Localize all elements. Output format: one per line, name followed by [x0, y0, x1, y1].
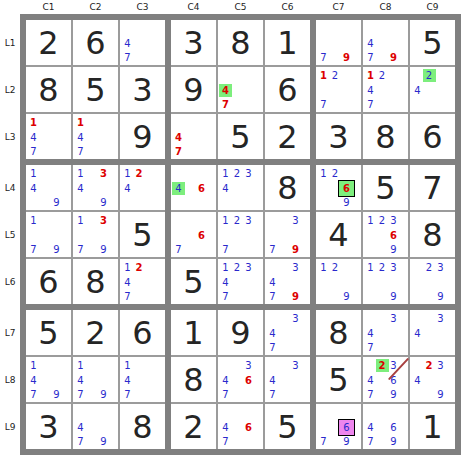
- cell-L7C9[interactable]: 34: [410, 310, 455, 355]
- solved-digit: 1: [410, 404, 455, 449]
- candidate-digit-7: 7: [317, 51, 330, 64]
- candidate-digit-9: 9: [340, 51, 353, 64]
- candidate-digit-9: 9: [97, 196, 110, 209]
- cell-L6C7[interactable]: 129: [316, 259, 361, 304]
- candidate-digit-9: 9: [387, 435, 400, 448]
- solved-digit: 2: [171, 404, 216, 449]
- candidate-digit-2: 2: [329, 261, 342, 274]
- row-label-L7: L7: [5, 328, 16, 338]
- cell-L1C2[interactable]: 6: [73, 20, 118, 65]
- candidate-digit-7: 7: [219, 388, 232, 401]
- cell-L5C1[interactable]: 179: [26, 212, 71, 257]
- cell-L2C8[interactable]: 1247: [363, 67, 408, 112]
- column-label-C4: C4: [187, 2, 199, 12]
- solved-digit: 8: [26, 67, 71, 112]
- candidate-digit-1: 1: [74, 167, 87, 180]
- candidate-digit-7: 7: [74, 145, 87, 158]
- cell-L7C1[interactable]: 5: [26, 310, 71, 355]
- candidate-digit-4: 4: [172, 131, 185, 144]
- candidate-digit-4: 4: [172, 182, 185, 195]
- candidate-digit-6: 6: [242, 374, 255, 387]
- cell-L7C6[interactable]: 347: [265, 310, 310, 355]
- cell-L8C9[interactable]: 2349: [410, 357, 455, 402]
- cell-L2C7[interactable]: 127: [316, 67, 361, 112]
- column-label-C6: C6: [281, 2, 293, 12]
- candidate-digit-9: 9: [387, 51, 400, 64]
- candidate-digit-7: 7: [364, 341, 377, 354]
- cell-L6C2[interactable]: 8: [73, 259, 118, 304]
- candidate-digit-1: 1: [27, 116, 40, 129]
- candidate-digit-7: 7: [266, 341, 279, 354]
- cell-L1C8[interactable]: 479: [363, 20, 408, 65]
- candidate-digit-7: 7: [121, 388, 134, 401]
- cell-L4C7[interactable]: 1269: [316, 165, 361, 210]
- cell-L3C1[interactable]: 147: [26, 114, 71, 159]
- cell-L2C3[interactable]: 3: [120, 67, 165, 112]
- box-7: 5261479147914734798: [26, 310, 165, 449]
- candidate-digit-9: 9: [387, 290, 400, 303]
- solved-digit: 6: [26, 259, 71, 304]
- candidate-digit-1: 1: [27, 214, 40, 227]
- candidate-digit-6: 6: [195, 182, 208, 195]
- candidate-digit-4: 4: [266, 276, 279, 289]
- solved-digit: 5: [265, 404, 310, 449]
- candidate-digit-3: 3: [289, 312, 302, 325]
- row-label-L4: L4: [5, 183, 16, 193]
- column-label-C8: C8: [379, 2, 391, 12]
- candidate-digit-9: 9: [340, 196, 353, 209]
- candidate-digit-4: 4: [364, 84, 377, 97]
- solved-digit: 1: [265, 20, 310, 65]
- cell-L6C6[interactable]: 3479: [265, 259, 310, 304]
- box-2: 38194764752: [171, 20, 310, 159]
- candidate-digit-7: 7: [172, 145, 185, 158]
- solved-digit: 8: [410, 212, 455, 257]
- candidate-digit-4: 4: [266, 374, 279, 387]
- row-label-L9: L9: [5, 422, 16, 432]
- candidate-digit-7: 7: [74, 243, 87, 256]
- solved-digit: 3: [120, 67, 165, 112]
- cell-L5C4[interactable]: 67: [171, 212, 216, 257]
- candidate-digit-9: 9: [97, 243, 110, 256]
- solved-digit: 6: [120, 310, 165, 355]
- candidate-digit-3: 3: [242, 167, 255, 180]
- candidate-digit-4: 4: [121, 374, 134, 387]
- cell-L5C8[interactable]: 12369: [363, 212, 408, 257]
- box-3: 794795127124724386: [316, 20, 455, 159]
- solved-digit: 5: [171, 259, 216, 304]
- solved-digit: 8: [171, 357, 216, 402]
- candidate-digit-4: 4: [411, 327, 424, 340]
- candidate-digit-3: 3: [434, 261, 447, 274]
- row-label-L6: L6: [5, 277, 16, 287]
- candidate-digit-4: 4: [364, 327, 377, 340]
- candidate-digit-4: 4: [364, 421, 377, 434]
- candidate-digit-1: 1: [74, 359, 87, 372]
- candidate-digit-6: 6: [195, 229, 208, 242]
- candidate-digit-3: 3: [434, 359, 447, 372]
- cell-L5C5[interactable]: 1237: [218, 212, 263, 257]
- candidate-digit-1: 1: [74, 116, 87, 129]
- candidate-digit-3: 3: [289, 214, 302, 227]
- candidate-digit-1: 1: [121, 359, 134, 372]
- row-label-L8: L8: [5, 375, 16, 385]
- cell-L9C6[interactable]: 5: [265, 404, 310, 449]
- candidate-digit-3: 3: [434, 312, 447, 325]
- candidate-digit-9: 9: [340, 435, 353, 448]
- candidate-digit-7: 7: [317, 435, 330, 448]
- candidate-digit-3: 3: [387, 261, 400, 274]
- cell-L1C6[interactable]: 1: [265, 20, 310, 65]
- solved-digit: 7: [410, 165, 455, 210]
- cell-L1C4[interactable]: 3: [171, 20, 216, 65]
- solved-digit: 6: [410, 114, 455, 159]
- solved-digit: 9: [218, 310, 263, 355]
- solved-digit: 8: [218, 20, 263, 65]
- solved-digit: 8: [120, 404, 165, 449]
- solved-digit: 8: [73, 259, 118, 304]
- candidate-digit-7: 7: [219, 290, 232, 303]
- cell-L4C6[interactable]: 8: [265, 165, 310, 210]
- solved-digit: 2: [73, 310, 118, 355]
- candidate-digit-3: 3: [289, 261, 302, 274]
- candidate-digit-3: 3: [242, 261, 255, 274]
- cell-L7C4[interactable]: 1: [171, 310, 216, 355]
- cell-L2C5[interactable]: 47: [218, 67, 263, 112]
- candidate-digit-6: 6: [338, 419, 355, 436]
- candidate-digit-7: 7: [364, 98, 377, 111]
- cell-L2C2[interactable]: 5: [73, 67, 118, 112]
- candidate-digit-9: 9: [387, 388, 400, 401]
- cell-L8C4[interactable]: 8: [171, 357, 216, 402]
- column-label-C5: C5: [234, 2, 246, 12]
- solved-digit: 2: [265, 114, 310, 159]
- candidate-digit-4: 4: [121, 37, 134, 50]
- cell-L8C1[interactable]: 1479: [26, 357, 71, 402]
- cell-L3C3[interactable]: 9: [120, 114, 165, 159]
- cell-L4C8[interactable]: 5: [363, 165, 408, 210]
- cell-L9C8[interactable]: 4679: [363, 404, 408, 449]
- candidate-digit-3: 3: [242, 214, 255, 227]
- candidate-digit-4: 4: [219, 182, 232, 195]
- solved-digit: 5: [26, 310, 71, 355]
- candidate-digit-9: 9: [97, 435, 110, 448]
- candidate-digit-9: 9: [289, 290, 302, 303]
- cell-L5C7[interactable]: 4: [316, 212, 361, 257]
- cell-L5C6[interactable]: 379: [265, 212, 310, 257]
- candidate-digit-7: 7: [121, 51, 134, 64]
- cell-L5C9[interactable]: 8: [410, 212, 455, 257]
- candidate-digit-4: 4: [27, 374, 40, 387]
- cell-L6C8[interactable]: 1239: [363, 259, 408, 304]
- candidate-digit-2: 2: [133, 261, 146, 274]
- candidate-digit-7: 7: [364, 388, 377, 401]
- solved-digit: 9: [171, 67, 216, 112]
- candidate-digit-4: 4: [411, 374, 424, 387]
- candidate-digit-1: 1: [27, 359, 40, 372]
- candidate-digit-4: 4: [74, 421, 87, 434]
- candidate-digit-9: 9: [50, 196, 63, 209]
- candidate-digit-9: 9: [387, 243, 400, 256]
- cell-L8C3[interactable]: 147: [120, 357, 165, 402]
- solved-digit: 6: [73, 20, 118, 65]
- candidate-digit-7: 7: [317, 98, 330, 111]
- solved-digit: 8: [265, 165, 310, 210]
- candidate-digit-4: 4: [266, 327, 279, 340]
- column-label-C7: C7: [332, 2, 344, 12]
- cell-L8C7[interactable]: 5: [316, 357, 361, 402]
- candidate-digit-2: 2: [329, 69, 342, 82]
- cell-L4C4[interactable]: 46: [171, 165, 216, 210]
- candidate-digit-7: 7: [219, 98, 232, 111]
- row-label-L1: L1: [5, 38, 16, 48]
- cell-L9C4[interactable]: 2: [171, 404, 216, 449]
- candidate-digit-1: 1: [27, 167, 40, 180]
- cell-L3C4[interactable]: 47: [171, 114, 216, 159]
- cell-L1C7[interactable]: 79: [316, 20, 361, 65]
- cell-L9C3[interactable]: 8: [120, 404, 165, 449]
- cell-L7C5[interactable]: 9: [218, 310, 263, 355]
- candidate-digit-7: 7: [27, 388, 40, 401]
- cell-L1C9[interactable]: 5: [410, 20, 455, 65]
- solved-digit: 8: [316, 310, 361, 355]
- cell-L9C1[interactable]: 3: [26, 404, 71, 449]
- candidate-digit-4: 4: [74, 131, 87, 144]
- candidate-digit-4: 4: [121, 276, 134, 289]
- cell-L3C8[interactable]: 8: [363, 114, 408, 159]
- cell-L5C2[interactable]: 1379: [73, 212, 118, 257]
- candidate-digit-9: 9: [289, 243, 302, 256]
- candidate-digit-4: 4: [364, 374, 377, 387]
- box-8: 193478346734724675: [171, 310, 310, 449]
- row-label-L5: L5: [5, 230, 16, 240]
- candidate-digit-4: 4: [27, 182, 40, 195]
- solved-digit: 2: [26, 20, 71, 65]
- cell-L7C2[interactable]: 2: [73, 310, 118, 355]
- solved-digit: 5: [120, 212, 165, 257]
- solved-digit: 4: [316, 212, 361, 257]
- cell-L2C4[interactable]: 9: [171, 67, 216, 112]
- cell-L3C7[interactable]: 3: [316, 114, 361, 159]
- solved-digit: 8: [363, 114, 408, 159]
- candidate-digit-4: 4: [364, 37, 377, 50]
- candidate-digit-7: 7: [364, 435, 377, 448]
- sudoku-app: C1C2C3C4C5C6C7C8C9 L1L2L3L4L5L6L7L8L9 26…: [0, 0, 465, 466]
- candidate-digit-3: 3: [387, 312, 400, 325]
- box-1: 26478531471479: [26, 20, 165, 159]
- cell-L2C1[interactable]: 8: [26, 67, 71, 112]
- candidate-digit-1: 1: [74, 214, 87, 227]
- candidate-digit-6: 6: [387, 421, 400, 434]
- candidate-digit-4: 4: [219, 276, 232, 289]
- row-label-L2: L2: [5, 85, 16, 95]
- row-label-L3: L3: [5, 132, 16, 142]
- candidate-digit-9: 9: [340, 290, 353, 303]
- cell-L3C5[interactable]: 5: [218, 114, 263, 159]
- cell-L1C3[interactable]: 47: [120, 20, 165, 65]
- cell-L1C5[interactable]: 8: [218, 20, 263, 65]
- column-label-C2: C2: [89, 2, 101, 12]
- cell-L1C1[interactable]: 2: [26, 20, 71, 65]
- cell-L6C5[interactable]: 12347: [218, 259, 263, 304]
- candidate-digit-6: 6: [242, 421, 255, 434]
- candidate-digit-4: 4: [74, 374, 87, 387]
- candidate-digit-7: 7: [74, 435, 87, 448]
- candidate-digit-4: 4: [219, 374, 232, 387]
- cell-L3C6[interactable]: 2: [265, 114, 310, 159]
- candidate-digit-4: 4: [411, 84, 424, 97]
- solved-digit: 5: [410, 20, 455, 65]
- cell-L3C2[interactable]: 147: [73, 114, 118, 159]
- solved-digit: 3: [316, 114, 361, 159]
- column-label-C1: C1: [42, 2, 54, 12]
- cell-L4C1[interactable]: 149: [26, 165, 71, 210]
- solved-digit: 9: [120, 114, 165, 159]
- candidate-digit-7: 7: [172, 243, 185, 256]
- candidate-digit-7: 7: [219, 435, 232, 448]
- candidate-digit-2: 2: [329, 167, 342, 180]
- solved-digit: 3: [171, 20, 216, 65]
- candidate-digit-4: 4: [74, 182, 87, 195]
- candidate-digit-3: 3: [387, 214, 400, 227]
- candidate-digit-4: 4: [27, 131, 40, 144]
- candidate-digit-7: 7: [27, 145, 40, 158]
- candidate-digit-9: 9: [434, 388, 447, 401]
- cell-L7C3[interactable]: 6: [120, 310, 165, 355]
- solved-digit: 5: [316, 357, 361, 402]
- box-4: 149134912417913795681247: [26, 165, 165, 304]
- candidate-digit-2: 2: [133, 167, 146, 180]
- candidate-digit-7: 7: [121, 290, 134, 303]
- cell-L9C5[interactable]: 467: [218, 404, 263, 449]
- candidate-digit-3: 3: [289, 359, 302, 372]
- solved-digit: 1: [171, 310, 216, 355]
- cell-L8C5[interactable]: 3467: [218, 357, 263, 402]
- cell-L7C7[interactable]: 8: [316, 310, 361, 355]
- candidate-digit-4: 4: [219, 421, 232, 434]
- box-6: 12695741236981291239239: [316, 165, 455, 304]
- candidate-digit-3: 3: [242, 359, 255, 372]
- cell-L2C6[interactable]: 6: [265, 67, 310, 112]
- cell-L8C2[interactable]: 1479: [73, 357, 118, 402]
- candidate-digit-9: 9: [434, 290, 447, 303]
- cell-L4C9[interactable]: 7: [410, 165, 455, 210]
- cell-L2C9[interactable]: 24: [410, 67, 455, 112]
- candidate-digit-9: 9: [97, 388, 110, 401]
- cell-L8C6[interactable]: 347: [265, 357, 310, 402]
- cell-L6C3[interactable]: 1247: [120, 259, 165, 304]
- cell-L4C5[interactable]: 1234: [218, 165, 263, 210]
- cell-L7C8[interactable]: 347: [363, 310, 408, 355]
- candidate-digit-2: 2: [376, 69, 389, 82]
- solved-digit: 5: [73, 67, 118, 112]
- cell-L3C9[interactable]: 6: [410, 114, 455, 159]
- candidate-digit-4: 4: [121, 182, 134, 195]
- candidate-digit-3: 3: [97, 214, 110, 227]
- sudoku-board: 2647853147147938194764752794795127124724…: [20, 14, 461, 455]
- candidate-digit-7: 7: [74, 388, 87, 401]
- box-9: 8347345234679234967946791: [316, 310, 455, 449]
- cell-L8C8[interactable]: 234679: [363, 357, 408, 402]
- box-5: 46123486712373795123473479: [171, 165, 310, 304]
- candidate-digit-6: 6: [338, 180, 355, 197]
- cell-L9C2[interactable]: 479: [73, 404, 118, 449]
- cell-L5C3[interactable]: 5: [120, 212, 165, 257]
- cell-L4C3[interactable]: 124: [120, 165, 165, 210]
- column-label-C9: C9: [426, 2, 438, 12]
- candidate-digit-7: 7: [364, 51, 377, 64]
- column-label-C3: C3: [136, 2, 148, 12]
- candidate-digit-9: 9: [50, 388, 63, 401]
- solved-digit: 3: [26, 404, 71, 449]
- candidate-digit-4: 4: [219, 84, 232, 97]
- cell-L6C1[interactable]: 6: [26, 259, 71, 304]
- cell-L9C9[interactable]: 1: [410, 404, 455, 449]
- solved-digit: 6: [265, 67, 310, 112]
- cell-L4C2[interactable]: 1349: [73, 165, 118, 210]
- candidate-digit-6: 6: [387, 229, 400, 242]
- solved-digit: 5: [218, 114, 263, 159]
- cell-L6C4[interactable]: 5: [171, 259, 216, 304]
- cell-L9C7[interactable]: 679: [316, 404, 361, 449]
- candidate-digit-7: 7: [266, 290, 279, 303]
- candidate-digit-7: 7: [27, 243, 40, 256]
- candidate-digit-7: 7: [266, 388, 279, 401]
- solved-digit: 5: [363, 165, 408, 210]
- candidate-digit-9: 9: [50, 243, 63, 256]
- cell-L6C9[interactable]: 239: [410, 259, 455, 304]
- candidate-digit-2: 2: [423, 69, 436, 82]
- candidate-digit-7: 7: [266, 243, 279, 256]
- candidate-digit-3: 3: [97, 167, 110, 180]
- candidate-digit-7: 7: [219, 243, 232, 256]
